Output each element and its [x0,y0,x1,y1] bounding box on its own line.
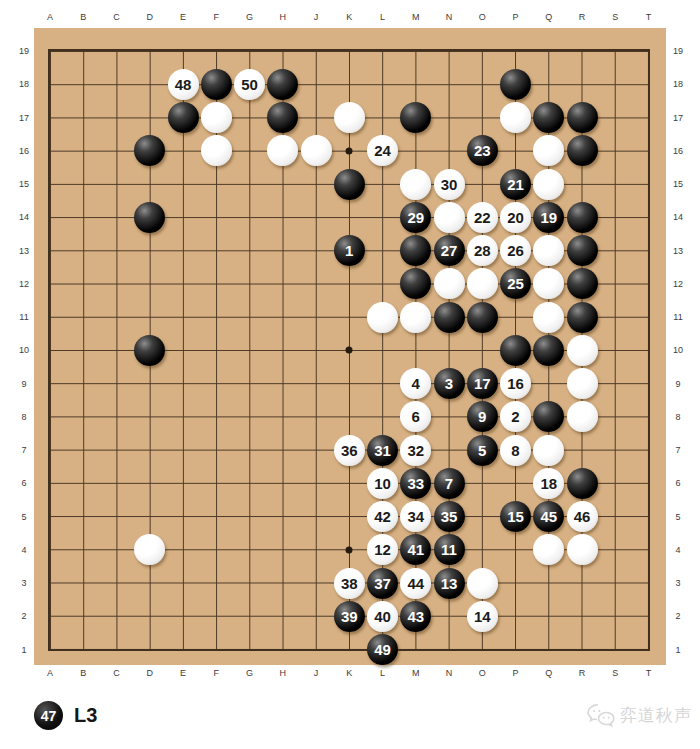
coord-right-2: 2 [675,611,680,621]
stone-L16: 24 [367,135,398,166]
stone-O2: 14 [467,601,498,632]
watermark: 弈道秋声 [586,703,692,728]
stone-K2: 39 [334,601,365,632]
stone-N9: 3 [434,368,465,399]
coord-bottom-F: F [214,668,220,678]
stone-M14: 29 [400,202,431,233]
move-number: 23 [474,143,491,158]
coord-bottom-M: M [412,668,420,678]
stone-L3: 37 [367,568,398,599]
move-number: 3 [445,376,453,391]
watermark-text: 弈道秋声 [620,704,692,727]
stone-R8 [567,401,598,432]
stone-L4: 12 [367,534,398,565]
stone-O16: 23 [467,135,498,166]
stone-D14 [134,202,165,233]
move-number: 13 [441,576,458,591]
stone-D16 [134,135,165,166]
stone-O14: 22 [467,202,498,233]
stone-K7: 36 [334,435,365,466]
stone-O13: 28 [467,235,498,266]
coord-right-1: 1 [675,645,680,655]
move-number: 18 [540,476,557,491]
coord-top-A: A [47,12,53,22]
move-number: 44 [407,576,424,591]
move-number: 22 [474,210,491,225]
move-number: 14 [474,609,491,624]
move-number: 45 [540,509,557,524]
coord-left-16: 16 [19,146,29,156]
stone-R5: 46 [567,501,598,532]
stone-Q12 [533,268,564,299]
stone-M15 [400,169,431,200]
move-number: 6 [412,409,420,424]
stone-R17 [567,102,598,133]
move-number: 30 [441,177,458,192]
move-number: 9 [478,409,486,424]
move-number: 49 [374,642,391,657]
stone-L11 [367,302,398,333]
move-number: 50 [241,77,258,92]
move-number: 34 [407,509,424,524]
coord-top-H: H [280,12,287,22]
stone-M2: 43 [400,601,431,632]
coord-left-2: 2 [21,611,26,621]
stone-L5: 42 [367,501,398,532]
stone-P15: 21 [500,169,531,200]
move-number: 8 [511,443,519,458]
stone-Q7 [533,435,564,466]
stone-H18 [267,69,298,100]
stone-E17 [168,102,199,133]
coord-right-5: 5 [675,512,680,522]
stone-E18: 48 [168,69,199,100]
coord-top-T: T [646,12,652,22]
move-number: 16 [507,376,524,391]
stone-M8: 6 [400,401,431,432]
coord-bottom-E: E [180,668,186,678]
coord-right-4: 4 [675,545,680,555]
stone-M17 [400,102,431,133]
coord-bottom-B: B [80,668,86,678]
stone-Q6: 18 [533,468,564,499]
coord-top-M: M [412,12,420,22]
coord-bottom-P: P [512,668,518,678]
move-number: 5 [478,443,486,458]
stone-R11 [567,302,598,333]
stone-Q16 [533,135,564,166]
coord-right-10: 10 [673,345,683,355]
coord-top-R: R [579,12,586,22]
coord-right-19: 19 [673,46,683,56]
stone-L2: 40 [367,601,398,632]
coord-right-18: 18 [673,79,683,89]
stone-N5: 35 [434,501,465,532]
coord-bottom-R: R [579,668,586,678]
stone-F16 [201,135,232,166]
move-number: 7 [445,476,453,491]
stone-K15 [334,169,365,200]
coord-top-E: E [180,12,186,22]
move-annotation: 47 L3 [34,701,97,730]
stone-R6 [567,468,598,499]
coord-right-17: 17 [673,113,683,123]
wechat-icon [586,703,616,728]
stone-L6: 10 [367,468,398,499]
coord-left-14: 14 [19,212,29,222]
stone-J16 [301,135,332,166]
coord-right-13: 13 [673,246,683,256]
move-number: 39 [341,609,358,624]
stone-Q13 [533,235,564,266]
coord-left-18: 18 [19,79,29,89]
move-number: 32 [407,443,424,458]
move-number: 27 [441,243,458,258]
coord-bottom-D: D [147,668,154,678]
stone-Q4 [533,534,564,565]
stone-N15: 30 [434,169,465,200]
stone-R13 [567,235,598,266]
coord-bottom-A: A [47,668,53,678]
stone-L7: 31 [367,435,398,466]
coord-bottom-O: O [479,668,486,678]
stone-R4 [567,534,598,565]
stone-M5: 34 [400,501,431,532]
stone-R10 [567,335,598,366]
move-number: 42 [374,509,391,524]
coord-bottom-K: K [346,668,352,678]
move-number: 33 [407,476,424,491]
stone-L1: 49 [367,634,398,665]
move-number: 1 [345,243,353,258]
move-47-stone: 47 [34,701,63,730]
coord-bottom-S: S [612,668,618,678]
coord-right-14: 14 [673,212,683,222]
coord-left-5: 5 [21,512,26,522]
move-number: 37 [374,576,391,591]
coord-bottom-C: C [113,668,120,678]
coord-left-13: 13 [19,246,29,256]
coord-top-C: C [113,12,120,22]
move-number: 40 [374,609,391,624]
stone-N13: 27 [434,235,465,266]
move-number: 43 [407,609,424,624]
coord-top-S: S [612,12,618,22]
stone-N4: 11 [434,534,465,565]
stone-P12: 25 [500,268,531,299]
stone-K13: 1 [334,235,365,266]
stone-K3: 38 [334,568,365,599]
stone-N3: 13 [434,568,465,599]
stone-G18: 50 [234,69,265,100]
stone-P14: 20 [500,202,531,233]
stone-M6: 33 [400,468,431,499]
coord-right-8: 8 [675,412,680,422]
coord-left-4: 4 [21,545,26,555]
stone-M4: 41 [400,534,431,565]
stone-F18 [201,69,232,100]
stone-P5: 15 [500,501,531,532]
stone-Q10 [533,335,564,366]
stone-M13 [400,235,431,266]
stone-O11 [467,302,498,333]
stone-Q11 [533,302,564,333]
stone-P13: 26 [500,235,531,266]
coord-left-7: 7 [21,445,26,455]
move-number: 20 [507,210,524,225]
coord-bottom-T: T [646,668,652,678]
stone-O7: 5 [467,435,498,466]
move-number: 17 [474,376,491,391]
move-number: 35 [441,509,458,524]
coord-right-6: 6 [675,478,680,488]
coord-right-12: 12 [673,279,683,289]
coord-left-17: 17 [19,113,29,123]
move-number: 12 [374,542,391,557]
coord-top-J: J [314,12,319,22]
coord-top-F: F [214,12,220,22]
coord-top-N: N [446,12,453,22]
stone-N11 [434,302,465,333]
stone-R14 [567,202,598,233]
stones-layer: 4850242330212922201912728262543171669236… [33,34,665,666]
move-47-number: 47 [41,708,57,724]
coord-bottom-J: J [314,668,319,678]
coord-top-D: D [147,12,154,22]
stone-P17 [500,102,531,133]
move-number: 11 [441,542,457,557]
stone-P10 [500,335,531,366]
move-number: 48 [175,77,192,92]
move-number: 28 [474,243,491,258]
move-number: 36 [341,443,358,458]
stone-D10 [134,335,165,366]
coord-top-G: G [246,12,253,22]
stone-F17 [201,102,232,133]
stone-P9: 16 [500,368,531,399]
coord-right-9: 9 [675,379,680,389]
stone-O3 [467,568,498,599]
move-number: 41 [407,542,424,557]
coord-bottom-L: L [380,668,385,678]
coord-left-19: 19 [19,46,29,56]
move-number: 26 [507,243,524,258]
coord-bottom-H: H [280,668,287,678]
stone-P18 [500,69,531,100]
stone-N12 [434,268,465,299]
coord-left-15: 15 [19,179,29,189]
stone-O9: 17 [467,368,498,399]
move-number: 19 [540,210,557,225]
move-number: 25 [507,276,524,291]
coord-left-9: 9 [21,379,26,389]
coord-top-K: K [346,12,352,22]
coord-top-Q: Q [545,12,552,22]
stone-O12 [467,268,498,299]
stone-N6: 7 [434,468,465,499]
stone-P8: 2 [500,401,531,432]
move-number: 38 [341,576,358,591]
move-number: 46 [574,509,591,524]
stone-M11 [400,302,431,333]
coord-left-6: 6 [21,478,26,488]
go-diagram-page: AABBCCDDEEFFGGHHJJKKLLMMNNOOPPQQRRSSTT19… [0,0,700,749]
move-number: 31 [374,443,391,458]
coord-bottom-Q: Q [545,668,552,678]
stone-Q8 [533,401,564,432]
stone-N14 [434,202,465,233]
coord-right-7: 7 [675,445,680,455]
stone-Q17 [533,102,564,133]
move-number: 2 [511,409,519,424]
coord-right-11: 11 [673,312,682,322]
move-number: 15 [507,509,524,524]
move-number: 21 [507,177,524,192]
stone-R9 [567,368,598,399]
coord-left-3: 3 [21,578,26,588]
move-number: 4 [412,376,420,391]
stone-Q5: 45 [533,501,564,532]
stone-M7: 32 [400,435,431,466]
coord-top-B: B [80,12,86,22]
stone-D4 [134,534,165,565]
stone-P7: 8 [500,435,531,466]
coord-bottom-N: N [446,668,453,678]
coord-bottom-G: G [246,668,253,678]
move-number: 29 [407,210,424,225]
coord-right-3: 3 [675,578,680,588]
stone-O8: 9 [467,401,498,432]
stone-R12 [567,268,598,299]
move-number: 24 [374,143,391,158]
move-47-coordinate: L3 [74,704,97,727]
coord-right-15: 15 [673,179,683,189]
stone-H17 [267,102,298,133]
stone-M9: 4 [400,368,431,399]
coord-left-10: 10 [19,345,29,355]
stone-Q14: 19 [533,202,564,233]
stone-M3: 44 [400,568,431,599]
coord-left-12: 12 [19,279,29,289]
coord-top-L: L [380,12,385,22]
stone-M12 [400,268,431,299]
stone-H16 [267,135,298,166]
stone-R16 [567,135,598,166]
stone-K17 [334,102,365,133]
coord-left-8: 8 [21,412,26,422]
coord-right-16: 16 [673,146,683,156]
coord-left-11: 11 [19,312,28,322]
coord-top-P: P [512,12,518,22]
stone-Q15 [533,169,564,200]
coord-top-O: O [479,12,486,22]
coord-left-1: 1 [21,645,26,655]
move-number: 10 [374,476,391,491]
